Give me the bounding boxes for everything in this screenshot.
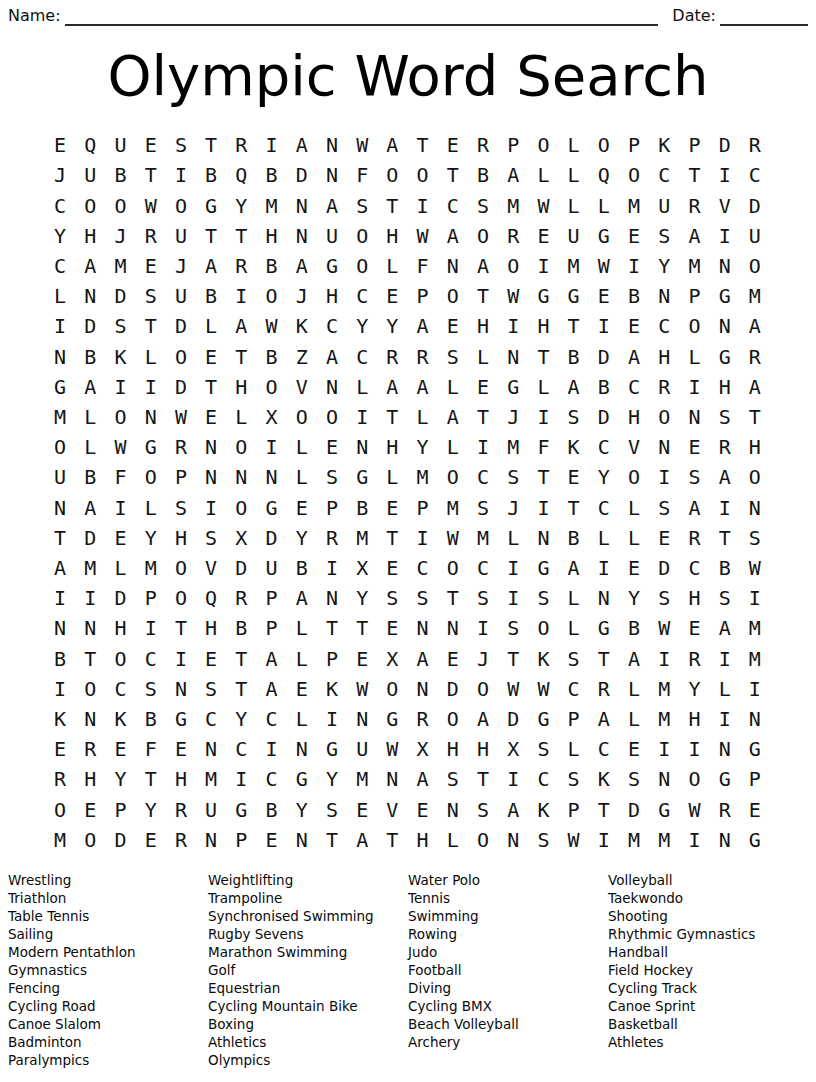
grid-cell-r12c10: S: [317, 462, 347, 492]
grid-cell-r8c14: S: [438, 341, 468, 371]
grid-cell-r9c6: T: [196, 372, 226, 402]
grid-cell-r7c13: A: [408, 311, 438, 341]
grid-cell-r18c15: J: [468, 644, 498, 674]
grid-cell-r4c10: U: [317, 221, 347, 251]
grid-cell-r10c17: I: [528, 402, 558, 432]
grid-cell-r4c22: A: [679, 221, 709, 251]
grid-cell-r20c19: A: [589, 704, 619, 734]
grid-cell-r8c24: R: [740, 341, 770, 371]
grid-cell-r23c16: A: [498, 795, 528, 825]
grid-cell-r7c1: I: [45, 311, 75, 341]
grid-cell-r3c9: N: [287, 190, 317, 220]
grid-cell-r17c15: I: [468, 613, 498, 643]
grid-cell-r13c17: I: [528, 493, 558, 523]
grid-cell-r4c2: H: [75, 221, 105, 251]
word-list-item: Boxing: [208, 1015, 408, 1033]
grid-cell-r16c19: N: [589, 583, 619, 613]
word-list-column-1: WrestlingTriathlonTable TennisSailingMod…: [8, 871, 208, 1069]
word-list-item: Sailing: [8, 925, 208, 943]
grid-cell-r12c24: O: [740, 462, 770, 492]
grid-cell-r7c9: K: [287, 311, 317, 341]
grid-cell-r17c7: B: [226, 613, 256, 643]
grid-cell-r21c12: W: [377, 734, 407, 764]
grid-cell-r12c18: E: [559, 462, 589, 492]
grid-cell-r2c3: B: [105, 160, 135, 190]
grid-cell-r4c8: H: [256, 221, 286, 251]
word-list-item: Cycling BMX: [408, 997, 608, 1015]
grid-cell-r3c2: O: [75, 190, 105, 220]
word-list-item: Cycling Mountain Bike: [208, 997, 408, 1015]
grid-cell-r19c19: R: [589, 674, 619, 704]
grid-cell-r15c12: E: [377, 553, 407, 583]
grid-cell-r13c13: P: [408, 493, 438, 523]
grid-cell-r4c7: T: [226, 221, 256, 251]
grid-cell-r4c18: U: [559, 221, 589, 251]
grid-cell-r2c11: F: [347, 160, 377, 190]
grid-cell-r1c11: W: [347, 130, 377, 160]
grid-cell-r5c20: I: [619, 251, 649, 281]
grid-cell-r24c3: D: [105, 825, 135, 855]
grid-cell-r15c19: I: [589, 553, 619, 583]
grid-cell-r5c11: O: [347, 251, 377, 281]
grid-cell-r23c8: B: [256, 795, 286, 825]
grid-cell-r23c19: T: [589, 795, 619, 825]
grid-cell-r12c16: S: [498, 462, 528, 492]
grid-cell-r5c19: W: [589, 251, 619, 281]
grid-cell-r24c19: I: [589, 825, 619, 855]
grid-cell-r8c3: K: [105, 341, 135, 371]
grid-cell-r9c15: E: [468, 372, 498, 402]
grid-cell-r16c15: S: [468, 583, 498, 613]
grid-cell-r15c21: D: [649, 553, 679, 583]
grid-cell-r24c10: T: [317, 825, 347, 855]
grid-cell-r23c23: R: [710, 795, 740, 825]
grid-cell-r22c8: C: [256, 764, 286, 794]
grid-cell-r9c10: N: [317, 372, 347, 402]
grid-cell-r5c22: M: [679, 251, 709, 281]
grid-cell-r10c19: D: [589, 402, 619, 432]
grid-cell-r13c7: O: [226, 493, 256, 523]
grid-cell-r17c10: T: [317, 613, 347, 643]
grid-cell-r7c24: A: [740, 311, 770, 341]
grid-cell-r22c6: M: [196, 764, 226, 794]
grid-cell-r7c14: E: [438, 311, 468, 341]
grid-cell-r9c2: A: [75, 372, 105, 402]
grid-cell-r8c7: T: [226, 341, 256, 371]
grid-cell-r13c23: I: [710, 493, 740, 523]
grid-cell-r24c18: W: [559, 825, 589, 855]
grid-cell-r1c22: P: [679, 130, 709, 160]
grid-cell-r20c11: N: [347, 704, 377, 734]
grid-cell-r7c17: H: [528, 311, 558, 341]
grid-cell-r24c17: S: [528, 825, 558, 855]
word-list-item: Judo: [408, 943, 608, 961]
grid-cell-r8c19: D: [589, 341, 619, 371]
word-search-grid: EQUESTRIANWATERPOLOPKPDRJUBTIBQBDNFOOTBA…: [45, 130, 770, 855]
grid-cell-r2c7: Q: [226, 160, 256, 190]
grid-cell-r20c15: A: [468, 704, 498, 734]
grid-cell-r17c24: M: [740, 613, 770, 643]
grid-cell-r10c5: W: [166, 402, 196, 432]
grid-cell-r22c11: M: [347, 764, 377, 794]
grid-cell-r7c3: S: [105, 311, 135, 341]
grid-cell-r6c18: G: [559, 281, 589, 311]
grid-cell-r22c17: C: [528, 764, 558, 794]
grid-cell-r21c2: R: [75, 734, 105, 764]
word-list-item: Fencing: [8, 979, 208, 997]
grid-cell-r15c18: A: [559, 553, 589, 583]
grid-cell-r3c4: W: [136, 190, 166, 220]
grid-cell-r6c1: L: [45, 281, 75, 311]
grid-cell-r20c3: K: [105, 704, 135, 734]
grid-cell-r3c8: M: [256, 190, 286, 220]
grid-cell-r24c11: A: [347, 825, 377, 855]
word-list-item: Wrestling: [8, 871, 208, 889]
grid-cell-r15c20: E: [619, 553, 649, 583]
grid-cell-r21c17: S: [528, 734, 558, 764]
grid-cell-r6c21: N: [649, 281, 679, 311]
grid-cell-r2c4: T: [136, 160, 166, 190]
grid-cell-r1c12: A: [377, 130, 407, 160]
grid-cell-r17c3: H: [105, 613, 135, 643]
grid-cell-r21c6: N: [196, 734, 226, 764]
word-list-item: Badminton: [8, 1033, 208, 1051]
grid-cell-r2c8: B: [256, 160, 286, 190]
grid-cell-r9c3: I: [105, 372, 135, 402]
grid-cell-r11c24: H: [740, 432, 770, 462]
grid-cell-r11c5: R: [166, 432, 196, 462]
grid-cell-r16c18: L: [559, 583, 589, 613]
grid-cell-r6c15: T: [468, 281, 498, 311]
grid-cell-r5c15: A: [468, 251, 498, 281]
grid-cell-r3c18: L: [559, 190, 589, 220]
grid-cell-r9c21: R: [649, 372, 679, 402]
grid-cell-r9c16: G: [498, 372, 528, 402]
grid-cell-r3c22: R: [679, 190, 709, 220]
grid-cell-r13c10: P: [317, 493, 347, 523]
grid-cell-r24c9: N: [287, 825, 317, 855]
grid-cell-r19c16: W: [498, 674, 528, 704]
grid-cell-r5c3: M: [105, 251, 135, 281]
grid-cell-r11c23: R: [710, 432, 740, 462]
grid-cell-r1c3: U: [105, 130, 135, 160]
grid-cell-r15c10: I: [317, 553, 347, 583]
grid-cell-r12c1: U: [45, 462, 75, 492]
grid-cell-r3c10: A: [317, 190, 347, 220]
grid-cell-r2c6: B: [196, 160, 226, 190]
grid-cell-r14c8: D: [256, 523, 286, 553]
grid-cell-r18c8: A: [256, 644, 286, 674]
grid-cell-r9c24: A: [740, 372, 770, 402]
grid-cell-r7c23: N: [710, 311, 740, 341]
grid-cell-r2c21: C: [649, 160, 679, 190]
word-list: WrestlingTriathlonTable TennisSailingMod…: [8, 871, 808, 1069]
grid-cell-r7c7: A: [226, 311, 256, 341]
grid-cell-r9c4: I: [136, 372, 166, 402]
grid-cell-r14c6: S: [196, 523, 226, 553]
grid-cell-r13c19: C: [589, 493, 619, 523]
grid-cell-r23c10: S: [317, 795, 347, 825]
word-list-item: Archery: [408, 1033, 608, 1051]
grid-cell-r6c2: N: [75, 281, 105, 311]
word-list-column-4: VolleyballTaekwondoShootingRhythmic Gymn…: [608, 871, 808, 1069]
grid-cell-r12c20: O: [619, 462, 649, 492]
grid-cell-r8c15: L: [468, 341, 498, 371]
grid-cell-r18c2: T: [75, 644, 105, 674]
grid-cell-r14c10: R: [317, 523, 347, 553]
grid-cell-r22c7: I: [226, 764, 256, 794]
grid-cell-r3c3: O: [105, 190, 135, 220]
grid-cell-r19c12: O: [377, 674, 407, 704]
grid-cell-r5c9: A: [287, 251, 317, 281]
grid-cell-r23c22: W: [679, 795, 709, 825]
grid-cell-r24c15: O: [468, 825, 498, 855]
grid-cell-r3c12: T: [377, 190, 407, 220]
grid-cell-r3c19: L: [589, 190, 619, 220]
grid-cell-r14c15: M: [468, 523, 498, 553]
grid-cell-r17c1: N: [45, 613, 75, 643]
grid-cell-r2c1: J: [45, 160, 75, 190]
grid-cell-r15c14: O: [438, 553, 468, 583]
grid-cell-r3c23: V: [710, 190, 740, 220]
grid-cell-r6c17: G: [528, 281, 558, 311]
grid-cell-r15c6: V: [196, 553, 226, 583]
grid-cell-r20c1: K: [45, 704, 75, 734]
grid-cell-r2c15: B: [468, 160, 498, 190]
grid-cell-r11c19: C: [589, 432, 619, 462]
grid-cell-r22c4: T: [136, 764, 166, 794]
grid-cell-r1c5: S: [166, 130, 196, 160]
grid-cell-r9c17: L: [528, 372, 558, 402]
grid-cell-r10c4: N: [136, 402, 166, 432]
grid-cell-r24c24: G: [740, 825, 770, 855]
grid-cell-r20c18: P: [559, 704, 589, 734]
grid-cell-r20c13: R: [408, 704, 438, 734]
grid-cell-r14c20: L: [619, 523, 649, 553]
grid-cell-r18c9: L: [287, 644, 317, 674]
grid-cell-r21c9: N: [287, 734, 317, 764]
grid-cell-r18c10: P: [317, 644, 347, 674]
grid-cell-r19c4: S: [136, 674, 166, 704]
grid-cell-r16c10: N: [317, 583, 347, 613]
grid-cell-r20c23: I: [710, 704, 740, 734]
grid-cell-r21c21: I: [649, 734, 679, 764]
grid-cell-r4c6: T: [196, 221, 226, 251]
grid-cell-r18c22: R: [679, 644, 709, 674]
grid-cell-r18c3: O: [105, 644, 135, 674]
grid-cell-r3c13: I: [408, 190, 438, 220]
grid-cell-r22c3: Y: [105, 764, 135, 794]
grid-cell-r17c11: T: [347, 613, 377, 643]
word-list-column-2: WeightliftingTrampolineSynchronised Swim…: [208, 871, 408, 1069]
grid-cell-r17c22: E: [679, 613, 709, 643]
grid-cell-r21c7: C: [226, 734, 256, 764]
grid-cell-r23c24: E: [740, 795, 770, 825]
grid-cell-r18c18: S: [559, 644, 589, 674]
grid-cell-r20c7: Y: [226, 704, 256, 734]
grid-cell-r15c1: A: [45, 553, 75, 583]
word-list-item: Athletics: [208, 1033, 408, 1051]
grid-cell-r24c4: E: [136, 825, 166, 855]
grid-cell-r6c22: P: [679, 281, 709, 311]
grid-cell-r24c22: I: [679, 825, 709, 855]
grid-cell-r1c23: D: [710, 130, 740, 160]
grid-cell-r2c17: L: [528, 160, 558, 190]
grid-cell-r11c17: F: [528, 432, 558, 462]
grid-cell-r14c5: H: [166, 523, 196, 553]
grid-cell-r11c12: H: [377, 432, 407, 462]
grid-cell-r3c1: C: [45, 190, 75, 220]
grid-cell-r10c6: E: [196, 402, 226, 432]
grid-cell-r14c19: L: [589, 523, 619, 553]
grid-cell-r16c9: A: [287, 583, 317, 613]
grid-cell-r6c19: E: [589, 281, 619, 311]
grid-cell-r11c16: M: [498, 432, 528, 462]
grid-cell-r19c2: O: [75, 674, 105, 704]
grid-cell-r10c18: S: [559, 402, 589, 432]
grid-cell-r12c3: F: [105, 462, 135, 492]
grid-cell-r16c8: P: [256, 583, 286, 613]
grid-cell-r8c18: B: [559, 341, 589, 371]
grid-cell-r11c18: K: [559, 432, 589, 462]
grid-cell-r8c11: C: [347, 341, 377, 371]
grid-cell-r17c4: I: [136, 613, 166, 643]
name-write-line: [65, 6, 659, 26]
grid-cell-r5c8: B: [256, 251, 286, 281]
grid-cell-r24c21: M: [649, 825, 679, 855]
grid-cell-r4c13: W: [408, 221, 438, 251]
grid-cell-r10c10: O: [317, 402, 347, 432]
word-list-item: Golf: [208, 961, 408, 979]
grid-cell-r5c21: Y: [649, 251, 679, 281]
grid-cell-r4c20: E: [619, 221, 649, 251]
grid-cell-r19c20: L: [619, 674, 649, 704]
grid-cell-r24c23: N: [710, 825, 740, 855]
grid-cell-r4c1: Y: [45, 221, 75, 251]
grid-cell-r6c11: C: [347, 281, 377, 311]
grid-cell-r2c24: C: [740, 160, 770, 190]
grid-cell-r1c10: N: [317, 130, 347, 160]
grid-cell-r8c8: B: [256, 341, 286, 371]
grid-cell-r6c24: M: [740, 281, 770, 311]
grid-cell-r1c14: E: [438, 130, 468, 160]
grid-cell-r4c19: G: [589, 221, 619, 251]
word-list-item: Football: [408, 961, 608, 979]
grid-cell-r23c5: R: [166, 795, 196, 825]
grid-cell-r13c20: L: [619, 493, 649, 523]
word-list-item: Taekwondo: [608, 889, 808, 907]
grid-cell-r19c22: Y: [679, 674, 709, 704]
grid-cell-r24c14: L: [438, 825, 468, 855]
grid-cell-r24c20: M: [619, 825, 649, 855]
grid-cell-r13c24: N: [740, 493, 770, 523]
word-list-item: Equestrian: [208, 979, 408, 997]
grid-cell-r18c24: M: [740, 644, 770, 674]
word-list-item: Gymnastics: [8, 961, 208, 979]
grid-cell-r15c7: D: [226, 553, 256, 583]
grid-cell-r23c21: G: [649, 795, 679, 825]
grid-cell-r14c21: E: [649, 523, 679, 553]
grid-cell-r9c14: L: [438, 372, 468, 402]
grid-cell-r1c8: I: [256, 130, 286, 160]
grid-cell-r6c3: D: [105, 281, 135, 311]
grid-cell-r14c4: Y: [136, 523, 166, 553]
grid-cell-r15c24: W: [740, 553, 770, 583]
grid-cell-r5c6: A: [196, 251, 226, 281]
grid-cell-r16c21: S: [649, 583, 679, 613]
grid-cell-r22c2: H: [75, 764, 105, 794]
grid-cell-r20c8: C: [256, 704, 286, 734]
grid-cell-r8c21: H: [649, 341, 679, 371]
grid-cell-r4c21: S: [649, 221, 679, 251]
word-list-item: Olympics: [208, 1051, 408, 1069]
grid-cell-r8c10: A: [317, 341, 347, 371]
grid-cell-r16c2: I: [75, 583, 105, 613]
grid-cell-r22c16: I: [498, 764, 528, 794]
grid-cell-r20c12: G: [377, 704, 407, 734]
grid-cell-r8c23: G: [710, 341, 740, 371]
grid-cell-r23c9: Y: [287, 795, 317, 825]
grid-cell-r23c15: S: [468, 795, 498, 825]
grid-cell-r11c11: N: [347, 432, 377, 462]
grid-cell-r16c12: S: [377, 583, 407, 613]
grid-cell-r1c18: L: [559, 130, 589, 160]
grid-cell-r20c14: O: [438, 704, 468, 734]
grid-cell-r21c13: X: [408, 734, 438, 764]
grid-cell-r19c18: C: [559, 674, 589, 704]
grid-cell-r17c12: E: [377, 613, 407, 643]
grid-cell-r23c18: P: [559, 795, 589, 825]
grid-cell-r22c22: O: [679, 764, 709, 794]
grid-cell-r12c17: T: [528, 462, 558, 492]
grid-cell-r6c5: U: [166, 281, 196, 311]
grid-cell-r5c24: O: [740, 251, 770, 281]
grid-cell-r6c7: I: [226, 281, 256, 311]
grid-cell-r9c12: A: [377, 372, 407, 402]
grid-cell-r5c12: L: [377, 251, 407, 281]
grid-cell-r23c14: N: [438, 795, 468, 825]
word-list-item: Field Hockey: [608, 961, 808, 979]
grid-cell-r8c2: B: [75, 341, 105, 371]
word-list-item: Swimming: [408, 907, 608, 925]
grid-cell-r9c23: H: [710, 372, 740, 402]
grid-cell-r13c12: E: [377, 493, 407, 523]
grid-cell-r18c5: I: [166, 644, 196, 674]
grid-cell-r20c16: D: [498, 704, 528, 734]
grid-cell-r7c11: Y: [347, 311, 377, 341]
grid-cell-r12c15: C: [468, 462, 498, 492]
grid-cell-r24c2: O: [75, 825, 105, 855]
grid-cell-r12c11: G: [347, 462, 377, 492]
grid-cell-r14c9: Y: [287, 523, 317, 553]
grid-cell-r20c24: N: [740, 704, 770, 734]
grid-cell-r12c7: N: [226, 462, 256, 492]
grid-cell-r21c24: G: [740, 734, 770, 764]
grid-cell-r16c5: O: [166, 583, 196, 613]
word-list-item: Handball: [608, 943, 808, 961]
grid-cell-r1c4: E: [136, 130, 166, 160]
grid-cell-r21c10: G: [317, 734, 347, 764]
word-list-item: Canoe Sprint: [608, 997, 808, 1015]
grid-cell-r6c20: B: [619, 281, 649, 311]
grid-cell-r4c9: N: [287, 221, 317, 251]
grid-cell-r15c11: X: [347, 553, 377, 583]
grid-cell-r1c24: R: [740, 130, 770, 160]
grid-cell-r14c7: X: [226, 523, 256, 553]
grid-cell-r11c15: I: [468, 432, 498, 462]
grid-cell-r1c6: T: [196, 130, 226, 160]
grid-cell-r17c8: P: [256, 613, 286, 643]
